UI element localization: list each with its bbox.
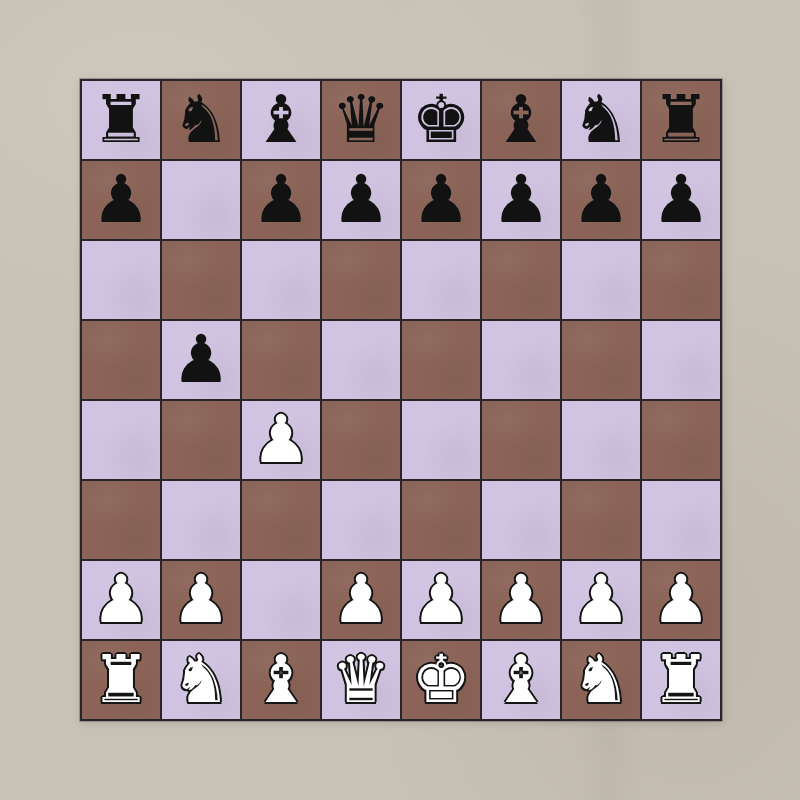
square-b3[interactable]	[162, 481, 240, 559]
piece-black-pawn[interactable]: ♟	[411, 167, 470, 233]
piece-white-pawn[interactable]: ♟	[331, 567, 390, 633]
square-f4[interactable]	[482, 401, 560, 479]
square-d8[interactable]: ♛	[322, 81, 400, 159]
square-h3[interactable]	[642, 481, 720, 559]
square-g5[interactable]	[562, 321, 640, 399]
piece-white-queen[interactable]: ♛	[331, 647, 390, 713]
square-a7[interactable]: ♟	[82, 161, 160, 239]
chess-board: ♜♞♝♛♚♝♞♜♟♟♟♟♟♟♟♟♟♟♟♟♟♟♟♟♜♞♝♛♚♝♞♜	[80, 79, 722, 721]
piece-black-pawn[interactable]: ♟	[331, 167, 390, 233]
square-a8[interactable]: ♜	[82, 81, 160, 159]
piece-white-rook[interactable]: ♜	[91, 647, 150, 713]
square-c7[interactable]: ♟	[242, 161, 320, 239]
square-g3[interactable]	[562, 481, 640, 559]
square-b6[interactable]	[162, 241, 240, 319]
square-c4[interactable]: ♟	[242, 401, 320, 479]
square-c5[interactable]	[242, 321, 320, 399]
square-f8[interactable]: ♝	[482, 81, 560, 159]
piece-white-pawn[interactable]: ♟	[171, 567, 230, 633]
square-a5[interactable]	[82, 321, 160, 399]
piece-white-rook[interactable]: ♜	[651, 647, 710, 713]
page-background: ♜♞♝♛♚♝♞♜♟♟♟♟♟♟♟♟♟♟♟♟♟♟♟♟♜♞♝♛♚♝♞♜	[0, 0, 800, 800]
piece-black-king[interactable]: ♚	[411, 87, 470, 153]
square-a2[interactable]: ♟	[82, 561, 160, 639]
square-b5[interactable]: ♟	[162, 321, 240, 399]
piece-white-king[interactable]: ♚	[411, 647, 470, 713]
piece-white-knight[interactable]: ♞	[571, 647, 630, 713]
square-f2[interactable]: ♟	[482, 561, 560, 639]
square-d3[interactable]	[322, 481, 400, 559]
square-d7[interactable]: ♟	[322, 161, 400, 239]
square-g1[interactable]: ♞	[562, 641, 640, 719]
square-a1[interactable]: ♜	[82, 641, 160, 719]
piece-white-pawn[interactable]: ♟	[491, 567, 550, 633]
square-e1[interactable]: ♚	[402, 641, 480, 719]
square-h1[interactable]: ♜	[642, 641, 720, 719]
square-h7[interactable]: ♟	[642, 161, 720, 239]
square-f7[interactable]: ♟	[482, 161, 560, 239]
square-d2[interactable]: ♟	[322, 561, 400, 639]
square-f5[interactable]	[482, 321, 560, 399]
piece-white-knight[interactable]: ♞	[171, 647, 230, 713]
piece-white-pawn[interactable]: ♟	[91, 567, 150, 633]
square-e6[interactable]	[402, 241, 480, 319]
square-e4[interactable]	[402, 401, 480, 479]
square-e3[interactable]	[402, 481, 480, 559]
piece-white-pawn[interactable]: ♟	[251, 407, 310, 473]
square-d6[interactable]	[322, 241, 400, 319]
piece-white-bishop[interactable]: ♝	[491, 647, 550, 713]
square-d1[interactable]: ♛	[322, 641, 400, 719]
square-b1[interactable]: ♞	[162, 641, 240, 719]
square-f1[interactable]: ♝	[482, 641, 560, 719]
square-b7[interactable]	[162, 161, 240, 239]
square-e8[interactable]: ♚	[402, 81, 480, 159]
square-h4[interactable]	[642, 401, 720, 479]
square-a4[interactable]	[82, 401, 160, 479]
square-h6[interactable]	[642, 241, 720, 319]
piece-black-queen[interactable]: ♛	[331, 87, 390, 153]
square-d4[interactable]	[322, 401, 400, 479]
square-e5[interactable]	[402, 321, 480, 399]
square-c2[interactable]	[242, 561, 320, 639]
square-b2[interactable]: ♟	[162, 561, 240, 639]
square-h5[interactable]	[642, 321, 720, 399]
square-g2[interactable]: ♟	[562, 561, 640, 639]
square-h2[interactable]: ♟	[642, 561, 720, 639]
square-c3[interactable]	[242, 481, 320, 559]
square-a3[interactable]	[82, 481, 160, 559]
piece-black-rook[interactable]: ♜	[651, 87, 710, 153]
square-g7[interactable]: ♟	[562, 161, 640, 239]
piece-white-pawn[interactable]: ♟	[411, 567, 470, 633]
piece-black-pawn[interactable]: ♟	[171, 327, 230, 393]
piece-white-pawn[interactable]: ♟	[571, 567, 630, 633]
square-h8[interactable]: ♜	[642, 81, 720, 159]
piece-black-pawn[interactable]: ♟	[491, 167, 550, 233]
piece-white-pawn[interactable]: ♟	[651, 567, 710, 633]
piece-black-rook[interactable]: ♜	[91, 87, 150, 153]
square-d5[interactable]	[322, 321, 400, 399]
piece-black-knight[interactable]: ♞	[171, 87, 230, 153]
square-e7[interactable]: ♟	[402, 161, 480, 239]
square-e2[interactable]: ♟	[402, 561, 480, 639]
piece-black-pawn[interactable]: ♟	[91, 167, 150, 233]
piece-black-bishop[interactable]: ♝	[251, 87, 310, 153]
square-g6[interactable]	[562, 241, 640, 319]
square-c8[interactable]: ♝	[242, 81, 320, 159]
square-c1[interactable]: ♝	[242, 641, 320, 719]
square-f6[interactable]	[482, 241, 560, 319]
piece-black-pawn[interactable]: ♟	[251, 167, 310, 233]
square-g4[interactable]	[562, 401, 640, 479]
square-g8[interactable]: ♞	[562, 81, 640, 159]
square-f3[interactable]	[482, 481, 560, 559]
square-c6[interactable]	[242, 241, 320, 319]
piece-black-knight[interactable]: ♞	[571, 87, 630, 153]
piece-black-bishop[interactable]: ♝	[491, 87, 550, 153]
square-b4[interactable]	[162, 401, 240, 479]
piece-black-pawn[interactable]: ♟	[571, 167, 630, 233]
piece-black-pawn[interactable]: ♟	[651, 167, 710, 233]
square-b8[interactable]: ♞	[162, 81, 240, 159]
piece-white-bishop[interactable]: ♝	[251, 647, 310, 713]
square-a6[interactable]	[82, 241, 160, 319]
